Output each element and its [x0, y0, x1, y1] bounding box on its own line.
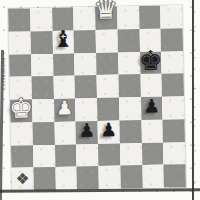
board-square[interactable]	[163, 119, 185, 142]
photo-right-border	[192, 0, 194, 200]
chess-piece-black-bishop[interactable]: ♝	[53, 28, 74, 51]
chess-board: ❖♛♝♚♚♟♟♟♟	[8, 5, 186, 191]
chess-piece-white-pawn[interactable]: ♟	[56, 98, 73, 117]
chess-piece-black-pawn[interactable]: ♟	[143, 97, 160, 116]
board-square[interactable]	[118, 74, 140, 97]
board-square[interactable]	[53, 53, 75, 76]
board-square[interactable]	[120, 165, 142, 188]
board-square[interactable]	[160, 5, 182, 28]
board-square[interactable]	[162, 96, 184, 119]
board-square[interactable]	[30, 31, 52, 54]
board-square[interactable]	[33, 144, 55, 167]
board-square[interactable]	[32, 122, 54, 145]
board-square[interactable]	[9, 31, 31, 54]
board-square[interactable]	[161, 28, 183, 51]
chess-piece-black-king[interactable]: ♚	[138, 46, 163, 74]
board-square[interactable]	[117, 29, 139, 52]
board-square[interactable]	[162, 73, 184, 96]
board-square[interactable]	[161, 51, 183, 74]
board-square[interactable]	[118, 52, 140, 75]
board-square[interactable]	[30, 8, 52, 31]
chess-piece-black-pawn[interactable]: ♟	[78, 121, 95, 140]
board-photo: CHESSBOARD ❖♛♝♚♚♟♟♟♟	[0, 0, 200, 200]
board-square[interactable]	[120, 143, 142, 166]
board-square[interactable]	[55, 167, 77, 190]
board-square[interactable]	[96, 29, 118, 52]
board-square[interactable]: ❖	[11, 168, 33, 191]
board-square[interactable]	[74, 30, 96, 53]
board-square[interactable]	[54, 144, 76, 167]
board-square[interactable]	[11, 145, 33, 168]
board-square[interactable]	[31, 53, 53, 76]
board-square[interactable]	[139, 6, 161, 29]
board-square[interactable]	[77, 166, 99, 189]
board-square[interactable]	[8, 8, 30, 31]
board-square[interactable]	[163, 142, 185, 165]
board-square[interactable]	[53, 76, 75, 99]
board-square[interactable]	[74, 53, 96, 76]
board-square[interactable]	[98, 166, 120, 189]
chess-piece-white-king[interactable]: ♚	[9, 95, 34, 123]
board-square[interactable]	[9, 54, 31, 77]
photo-bottom-border	[0, 188, 200, 192]
board-square[interactable]	[75, 75, 97, 98]
board-square[interactable]	[97, 75, 119, 98]
chess-piece-black-pawn[interactable]: ♟	[100, 120, 117, 139]
chess-piece-white-queen[interactable]: ♛	[94, 0, 119, 23]
board-square[interactable]	[119, 120, 141, 143]
board-square[interactable]	[31, 76, 53, 99]
board-square[interactable]	[96, 52, 118, 75]
board-square[interactable]	[76, 143, 98, 166]
board-square[interactable]	[164, 164, 186, 187]
board-square[interactable]	[142, 165, 164, 188]
board-square[interactable]	[97, 98, 119, 121]
board-square[interactable]	[54, 121, 76, 144]
board-square[interactable]	[119, 97, 141, 120]
board-square[interactable]	[32, 99, 54, 122]
corner-motif-icon: ❖	[16, 171, 30, 186]
board-square[interactable]	[10, 122, 32, 145]
board-square[interactable]	[140, 74, 162, 97]
brand-text: CHESSBOARD	[1, 57, 6, 90]
board-square[interactable]	[141, 119, 163, 142]
board-square[interactable]	[117, 6, 139, 29]
board-square[interactable]	[33, 167, 55, 190]
board-square[interactable]	[73, 7, 95, 30]
board-square[interactable]	[98, 143, 120, 166]
board-square[interactable]	[75, 98, 97, 121]
board-square[interactable]	[141, 142, 163, 165]
